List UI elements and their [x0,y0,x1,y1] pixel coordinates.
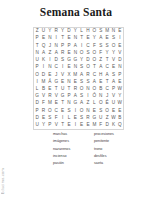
word-list-item: nazarenos [53,146,70,153]
grid-cell: V [117,50,123,57]
word-list-item: penitente [94,138,114,145]
grid-cell: D [117,57,123,64]
grid-cell: N [117,64,123,71]
word-list-item: desfiles [94,153,114,160]
grid-cell: Y [117,93,123,100]
word-list-right-column: procesionespenitentetronodesfilessaeta [94,131,114,167]
word-list-item: saeta [94,160,114,167]
word-list-item: imágenes [53,138,70,145]
grid-cell: E [117,42,123,49]
grid-cell: W [117,100,123,107]
word-list-item: incienso [53,153,70,160]
puzzle-title: Semana Santa [0,6,152,18]
word-list-item: marchas [53,131,70,138]
watermark: Educima.com [1,168,5,194]
grid-cell: B [117,115,123,122]
grid-cell: E [117,28,123,35]
word-search-grid: ZUYRYDYLHOSMNEPENITENTEYAESITQJNPPAICFSS… [33,27,124,130]
grid-cell: I [117,35,123,42]
word-list-item: procesiones [94,131,114,138]
word-list-item: trono [94,146,114,153]
grid-cell: P [117,71,123,78]
puzzle-page: Semana Santa ZUYRYDYLHOSMNEPENITENTEYAES… [0,0,152,200]
grid-cell: E [117,107,123,114]
word-list-left-column: marchasimágenesnazarenosinciensopasión [53,131,70,167]
grid-cell: W [117,86,123,93]
grid-cell: E [117,79,123,86]
grid-cell: Q [117,122,123,129]
word-list-item: pasión [53,160,70,167]
